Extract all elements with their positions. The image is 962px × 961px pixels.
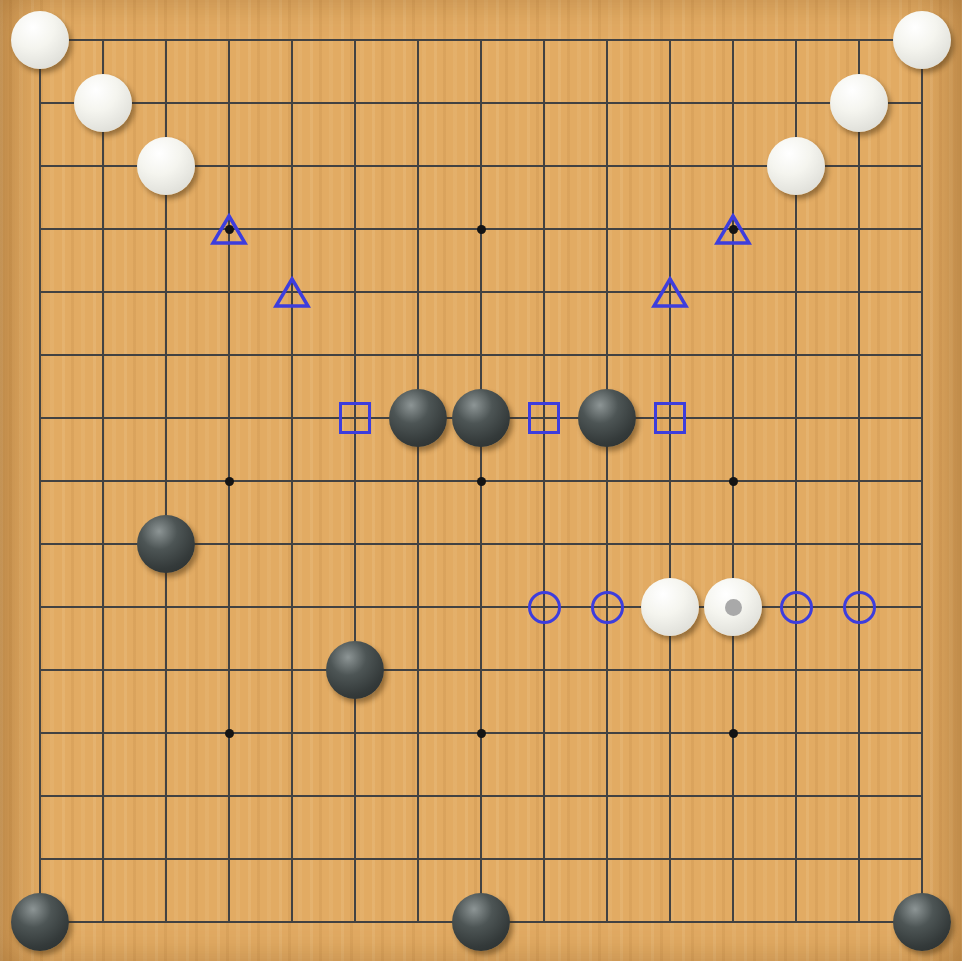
square-marker (528, 402, 560, 434)
square-marker (654, 402, 686, 434)
white-stone (704, 578, 762, 636)
triangle-marker (651, 276, 689, 309)
white-stone (830, 74, 888, 132)
white-stone (11, 11, 69, 69)
black-stone (389, 389, 447, 447)
star-point (729, 477, 738, 486)
go-board[interactable] (0, 0, 962, 961)
star-point (225, 729, 234, 738)
black-stone (11, 893, 69, 951)
triangle-marker (210, 213, 248, 246)
black-stone (452, 893, 510, 951)
white-stone (74, 74, 132, 132)
white-stone (767, 137, 825, 195)
black-stone (893, 893, 951, 951)
last-move-dot (725, 599, 742, 616)
white-stone (641, 578, 699, 636)
black-stone (452, 389, 510, 447)
star-point (225, 477, 234, 486)
circle-marker (780, 591, 813, 624)
circle-marker (591, 591, 624, 624)
board-grid (9, 9, 954, 954)
star-point (729, 729, 738, 738)
star-point (477, 477, 486, 486)
circle-marker (843, 591, 876, 624)
black-stone (578, 389, 636, 447)
square-marker (339, 402, 371, 434)
white-stone (137, 137, 195, 195)
star-point (477, 225, 486, 234)
triangle-marker (273, 276, 311, 309)
black-stone (326, 641, 384, 699)
triangle-marker (714, 213, 752, 246)
star-point (477, 729, 486, 738)
circle-marker (528, 591, 561, 624)
black-stone (137, 515, 195, 573)
white-stone (893, 11, 951, 69)
